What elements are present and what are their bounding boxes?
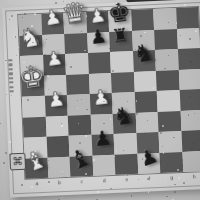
- edge-marking-text: [8, 59, 14, 95]
- file-label-g: g: [170, 174, 173, 180]
- square-b6: [43, 54, 66, 75]
- file-label-a: a: [35, 180, 38, 186]
- square-c8: [63, 12, 86, 33]
- square-d8: [86, 11, 109, 32]
- square-e5: [111, 71, 134, 92]
- square-f2: [136, 132, 159, 153]
- square-h3: [180, 109, 200, 130]
- square-c1: [70, 155, 93, 176]
- square-a8: [18, 14, 41, 35]
- square-e4: [112, 92, 135, 113]
- square-g7: [154, 29, 177, 50]
- square-g4: [157, 90, 180, 111]
- file-label-d: d: [103, 177, 106, 183]
- square-b7: [42, 33, 65, 54]
- square-g8: [153, 8, 176, 29]
- square-c2: [69, 135, 92, 156]
- square-d5: [88, 72, 111, 93]
- square-c4: [67, 94, 90, 115]
- chessboard-photo: ♟♛♟♚♞♟♜♟♞♚♟♟♞♟♝♟♝ abcdefgh ⌘: [0, 0, 200, 200]
- file-label-c: c: [80, 178, 83, 184]
- square-h7: [177, 28, 200, 49]
- square-f6: [132, 50, 155, 71]
- board-grid: [18, 7, 200, 179]
- square-b1: [47, 156, 70, 177]
- square-a6: [20, 55, 43, 76]
- square-a3: [23, 116, 46, 137]
- square-f8: [131, 9, 154, 30]
- square-g3: [158, 110, 181, 131]
- square-g2: [159, 131, 182, 152]
- square-f3: [135, 111, 158, 132]
- square-b3: [45, 115, 68, 136]
- file-label-b: b: [58, 179, 61, 185]
- square-c3: [68, 114, 91, 135]
- square-h5: [178, 69, 200, 90]
- square-h1: [182, 150, 200, 171]
- square-h6: [177, 48, 200, 69]
- square-f4: [134, 91, 157, 112]
- square-b2: [46, 136, 69, 157]
- file-label-e: e: [125, 176, 128, 182]
- square-d6: [88, 52, 111, 73]
- square-a4: [22, 96, 45, 117]
- square-h2: [181, 130, 200, 151]
- square-d4: [89, 93, 112, 114]
- square-c6: [65, 53, 88, 74]
- square-b5: [43, 74, 66, 95]
- square-e8: [108, 10, 131, 31]
- square-h8: [176, 7, 199, 28]
- square-d7: [87, 31, 110, 52]
- square-e3: [113, 112, 136, 133]
- square-b8: [41, 13, 64, 34]
- square-a5: [21, 75, 44, 96]
- square-e1: [114, 153, 137, 174]
- square-f5: [133, 70, 156, 91]
- chess-board: ♟♛♟♚♞♟♜♟♞♚♟♟♞♟♝♟♝ abcdefgh ⌘: [2, 0, 200, 197]
- square-c5: [66, 73, 89, 94]
- square-a1: [25, 157, 48, 178]
- square-h4: [179, 89, 200, 110]
- square-g1: [159, 151, 182, 172]
- square-e7: [109, 30, 132, 51]
- square-f7: [132, 30, 155, 51]
- square-a7: [19, 34, 42, 55]
- square-g5: [156, 69, 179, 90]
- board-maker-logo: ⌘: [9, 153, 26, 171]
- square-c7: [64, 32, 87, 53]
- file-label-f: f: [148, 175, 151, 181]
- square-a2: [24, 137, 47, 158]
- square-d1: [92, 154, 115, 175]
- square-b4: [44, 95, 67, 116]
- square-d2: [91, 134, 114, 155]
- square-d3: [90, 113, 113, 134]
- square-e6: [110, 51, 133, 72]
- square-f1: [137, 152, 160, 173]
- square-g6: [155, 49, 178, 70]
- square-e2: [114, 133, 137, 154]
- file-label-h: h: [193, 173, 196, 179]
